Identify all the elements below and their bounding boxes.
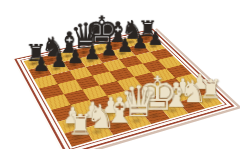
board-margin: ♜♞♝♛♚♝♞♜♟♟♟♟♟♟♟♟♟♟♟♟♟♟♟♟♜♞♝♛♚♝♞♜	[12, 28, 238, 149]
chess-board: ♜♞♝♛♚♝♞♜♟♟♟♟♟♟♟♟♟♟♟♟♟♟♟♟♜♞♝♛♚♝♞♜	[12, 28, 238, 149]
square-a1[interactable]: ♜	[65, 128, 93, 147]
piece-white-rook[interactable]: ♜	[3, 110, 156, 139]
board-border-line: ♜♞♝♛♚♝♞♜♟♟♟♟♟♟♟♟♟♟♟♟♟♟♟♟♜♞♝♛♚♝♞♜	[20, 32, 227, 149]
board-grid: ♜♞♝♛♚♝♞♜♟♟♟♟♟♟♟♟♟♟♟♟♟♟♟♟♜♞♝♛♚♝♞♜	[24, 33, 223, 147]
board-border-stripe: ♜♞♝♛♚♝♞♜♟♟♟♟♟♟♟♟♟♟♟♟♟♟♟♟♜♞♝♛♚♝♞♜	[14, 29, 234, 149]
chess-set-photo: ♜♞♝♛♚♝♞♜♟♟♟♟♟♟♟♟♟♟♟♟♟♟♟♟♜♞♝♛♚♝♞♜	[0, 0, 240, 149]
